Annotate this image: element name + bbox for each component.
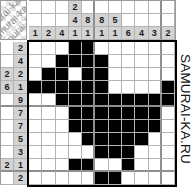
cell-r10c3-empty[interactable] <box>56 159 69 172</box>
col-clue-r2c11 <box>162 14 175 27</box>
cell-r7c7-filled[interactable] <box>109 120 122 133</box>
cell-r3c4-empty[interactable] <box>69 68 82 81</box>
cell-r7c9-filled[interactable] <box>135 120 148 133</box>
cell-r2c6-filled[interactable] <box>95 55 108 68</box>
cell-r8c3-empty[interactable] <box>56 133 69 146</box>
row-clue-r3c2: 2 <box>14 68 28 81</box>
cell-r5c9-filled[interactable] <box>135 94 148 107</box>
row-clue-r9c1 <box>1 146 14 159</box>
cell-r10c9-empty[interactable] <box>135 159 148 172</box>
cell-r2c4-filled[interactable] <box>69 55 82 68</box>
col-clue-r2c9 <box>135 14 148 27</box>
cell-r2c9-empty[interactable] <box>135 55 148 68</box>
row-clue-r2c2: 4 <box>14 55 28 68</box>
cell-r1c5-filled[interactable] <box>82 42 95 55</box>
col-clue-r2c7: 5 <box>109 14 122 27</box>
cell-r2c2-empty[interactable] <box>42 55 55 68</box>
cell-r8c1-empty[interactable] <box>29 133 42 146</box>
cell-r2c11-empty[interactable] <box>162 55 175 68</box>
col-clue-r1c3 <box>56 1 69 14</box>
row-clue-r6c1 <box>1 107 14 120</box>
cell-r6c1-empty[interactable] <box>29 107 42 120</box>
cell-r11c10-empty[interactable] <box>149 172 162 185</box>
col-clue-r2c1 <box>29 14 42 27</box>
cell-r6c4-filled[interactable] <box>69 107 82 120</box>
cell-r2c1-empty[interactable] <box>29 55 42 68</box>
row-clue-r4c2: 1 <box>14 81 28 94</box>
col-clue-r1c1 <box>29 1 42 14</box>
row-clue-r11c2: 2 <box>14 172 28 185</box>
col-clue-r2c2 <box>42 14 55 27</box>
cell-r2c10-empty[interactable] <box>149 55 162 68</box>
cell-r4c7-empty[interactable] <box>109 81 122 94</box>
cell-r8c5-filled[interactable] <box>82 133 95 146</box>
col-clue-r3c5: 1 <box>82 27 95 40</box>
site-watermark-vertical: SAMURAI-KA.RU <box>178 54 193 164</box>
cell-r7c8-filled[interactable] <box>122 120 135 133</box>
cell-r4c1-filled[interactable] <box>29 81 42 94</box>
cell-r5c5-filled[interactable] <box>82 94 95 107</box>
cell-r9c5-empty[interactable] <box>82 146 95 159</box>
cell-r9c9-empty[interactable] <box>135 146 148 159</box>
cell-r7c5-filled[interactable] <box>82 120 95 133</box>
cell-r8c6-filled[interactable] <box>95 133 108 146</box>
cell-r9c11-empty[interactable] <box>162 146 175 159</box>
row-clue-r10c2: 1 <box>14 159 28 172</box>
corner-watermark: samurai-ka.ru samurai-ka.ru samurai-ka.r… <box>0 0 27 40</box>
cell-r5c4-filled[interactable] <box>69 94 82 107</box>
cell-r1c2-empty[interactable] <box>42 42 55 55</box>
cell-r10c6-empty[interactable] <box>95 159 108 172</box>
cell-r8c11-empty[interactable] <box>162 133 175 146</box>
row-clue-r4c1: 6 <box>1 81 14 94</box>
cell-r11c11-empty[interactable] <box>162 172 175 185</box>
cell-r2c8-empty[interactable] <box>122 55 135 68</box>
cell-r9c10-empty[interactable] <box>149 146 162 159</box>
cell-r5c7-filled[interactable] <box>109 94 122 107</box>
cell-r1c6-empty[interactable] <box>95 42 108 55</box>
row-clue-r8c2: 5 <box>14 133 28 146</box>
cell-r1c1-empty[interactable] <box>29 42 42 55</box>
row-clue-r10c1: 2 <box>1 159 14 172</box>
cell-r3c10-empty[interactable] <box>149 68 162 81</box>
cell-r7c2-empty[interactable] <box>42 120 55 133</box>
cell-r11c5-empty[interactable] <box>82 172 95 185</box>
row-clue-r2c1 <box>1 55 14 68</box>
col-clue-r3c4: 1 <box>69 27 82 40</box>
cell-r3c8-empty[interactable] <box>122 68 135 81</box>
cell-r8c2-empty[interactable] <box>42 133 55 146</box>
cell-r8c9-filled[interactable] <box>135 133 148 146</box>
cell-r7c6-filled[interactable] <box>95 120 108 133</box>
column-clues: 2488512411116432 <box>29 0 176 40</box>
cell-r10c2-empty[interactable] <box>42 159 55 172</box>
cell-r10c4-filled[interactable] <box>69 159 82 172</box>
row-clues: 24226197753212 <box>0 42 28 185</box>
cell-r7c3-empty[interactable] <box>56 120 69 133</box>
cell-r11c3-empty[interactable] <box>56 172 69 185</box>
cell-r11c2-empty[interactable] <box>42 172 55 185</box>
col-clue-r3c1: 1 <box>29 27 42 40</box>
cell-r4c9-empty[interactable] <box>135 81 148 94</box>
cell-r8c7-filled[interactable] <box>109 133 122 146</box>
col-clue-r1c5 <box>82 1 95 14</box>
cell-r10c8-filled[interactable] <box>122 159 135 172</box>
cell-r8c10-empty[interactable] <box>149 133 162 146</box>
row-clue-r5c2: 9 <box>14 94 28 107</box>
cell-r5c2-empty[interactable] <box>42 94 55 107</box>
cell-r5c6-filled[interactable] <box>95 94 108 107</box>
col-clue-r2c8 <box>122 14 135 27</box>
cell-r4c4-filled[interactable] <box>69 81 82 94</box>
col-clue-r1c9 <box>135 1 148 14</box>
cell-r1c10-empty[interactable] <box>149 42 162 55</box>
cell-r4c3-filled[interactable] <box>56 81 69 94</box>
cell-r10c10-empty[interactable] <box>149 159 162 172</box>
cell-r5c3-filled[interactable] <box>56 94 69 107</box>
cell-r6c3-empty[interactable] <box>56 107 69 120</box>
col-clue-r3c11: 2 <box>162 27 175 40</box>
cell-r9c6-filled[interactable] <box>95 146 108 159</box>
row-clue-r3c1: 2 <box>1 68 14 81</box>
cell-r5c1-empty[interactable] <box>29 94 42 107</box>
cell-r3c2-filled[interactable] <box>42 68 55 81</box>
cell-r11c4-empty[interactable] <box>69 172 82 185</box>
cell-r11c9-empty[interactable] <box>135 172 148 185</box>
col-clue-r1c2 <box>42 1 55 14</box>
row-clue-r7c1 <box>1 120 14 133</box>
cell-r1c3-empty[interactable] <box>56 42 69 55</box>
col-clue-r3c7: 1 <box>109 27 122 40</box>
cell-r5c10-filled[interactable] <box>149 94 162 107</box>
row-clue-r9c2: 3 <box>14 146 28 159</box>
nonogram-puzzle: samurai-ka.ru samurai-ka.ru samurai-ka.r… <box>0 0 194 188</box>
cell-r6c8-filled[interactable] <box>122 107 135 120</box>
cell-r9c2-empty[interactable] <box>42 146 55 159</box>
cell-r2c7-empty[interactable] <box>109 55 122 68</box>
cell-r5c11-filled[interactable] <box>162 94 175 107</box>
cell-r5c8-filled[interactable] <box>122 94 135 107</box>
row-clue-r1c2: 2 <box>14 42 28 55</box>
board-grid <box>27 40 177 187</box>
col-clue-r3c6: 1 <box>95 27 108 40</box>
cell-r4c2-filled[interactable] <box>42 81 55 94</box>
cell-r4c6-filled[interactable] <box>95 81 108 94</box>
cell-r9c1-empty[interactable] <box>29 146 42 159</box>
cell-r10c5-filled[interactable] <box>82 159 95 172</box>
cell-r8c8-filled[interactable] <box>122 133 135 146</box>
col-clue-r1c8 <box>122 1 135 14</box>
cell-r6c9-filled[interactable] <box>135 107 148 120</box>
cell-r1c8-empty[interactable] <box>122 42 135 55</box>
cell-r10c11-empty[interactable] <box>162 159 175 172</box>
col-clue-r1c7 <box>109 1 122 14</box>
cell-r3c5-filled[interactable] <box>82 68 95 81</box>
col-clue-r1c6 <box>95 1 108 14</box>
cell-r7c10-filled[interactable] <box>149 120 162 133</box>
cell-r1c7-empty[interactable] <box>109 42 122 55</box>
cell-r6c2-empty[interactable] <box>42 107 55 120</box>
row-clue-r1c1 <box>1 42 14 55</box>
cell-r4c10-empty[interactable] <box>149 81 162 94</box>
cell-r3c6-filled[interactable] <box>95 68 108 81</box>
cell-r6c7-filled[interactable] <box>109 107 122 120</box>
col-clue-r2c3 <box>56 14 69 27</box>
cell-r6c10-filled[interactable] <box>149 107 162 120</box>
cell-r9c8-filled[interactable] <box>122 146 135 159</box>
col-clue-r2c5: 8 <box>82 14 95 27</box>
cell-r9c3-empty[interactable] <box>56 146 69 159</box>
col-clue-r3c2: 2 <box>42 27 55 40</box>
row-clue-r6c2: 7 <box>14 107 28 120</box>
col-clue-r2c6: 8 <box>95 14 108 27</box>
col-clue-r3c9: 4 <box>135 27 148 40</box>
cell-r11c6-filled[interactable] <box>95 172 108 185</box>
row-clue-r11c1 <box>1 172 14 185</box>
cell-r11c7-filled[interactable] <box>109 172 122 185</box>
row-clue-r5c1 <box>1 94 14 107</box>
cell-r10c1-empty[interactable] <box>29 159 42 172</box>
col-clue-r1c11 <box>162 1 175 14</box>
cell-r11c1-empty[interactable] <box>29 172 42 185</box>
cell-r4c8-empty[interactable] <box>122 81 135 94</box>
cell-r1c9-empty[interactable] <box>135 42 148 55</box>
col-clue-r3c8: 6 <box>122 27 135 40</box>
col-clue-r1c10 <box>149 1 162 14</box>
cell-r7c1-empty[interactable] <box>29 120 42 133</box>
cell-r2c5-filled[interactable] <box>82 55 95 68</box>
col-clue-r2c4: 4 <box>69 14 82 27</box>
corner-watermark-text: samurai-ka.ru samurai-ka.ru samurai-ka.r… <box>0 0 27 40</box>
col-clue-r1c4: 2 <box>69 1 82 14</box>
cell-r1c11-empty[interactable] <box>162 42 175 55</box>
cell-r9c7-filled[interactable] <box>109 146 122 159</box>
cell-r2c3-filled[interactable] <box>56 55 69 68</box>
cell-r6c11-empty[interactable] <box>162 107 175 120</box>
col-clue-r3c3: 4 <box>56 27 69 40</box>
cell-r4c5-filled[interactable] <box>82 81 95 94</box>
cell-r7c4-filled[interactable] <box>69 120 82 133</box>
row-clue-r8c1 <box>1 133 14 146</box>
cell-r9c4-empty[interactable] <box>69 146 82 159</box>
cell-r8c4-empty[interactable] <box>69 133 82 146</box>
cell-r3c7-empty[interactable] <box>109 68 122 81</box>
row-clue-r7c2: 7 <box>14 120 28 133</box>
cell-r3c1-empty[interactable] <box>29 68 42 81</box>
cell-r6c5-filled[interactable] <box>82 107 95 120</box>
cell-r3c3-filled[interactable] <box>56 68 69 81</box>
cell-r6c6-filled[interactable] <box>95 107 108 120</box>
cell-r3c11-empty[interactable] <box>162 68 175 81</box>
cell-r4c11-filled[interactable] <box>162 81 175 94</box>
col-clue-r2c10 <box>149 14 162 27</box>
cell-r7c11-empty[interactable] <box>162 120 175 133</box>
col-clue-r3c10: 3 <box>149 27 162 40</box>
cell-r10c7-empty[interactable] <box>109 159 122 172</box>
cell-r1c4-filled[interactable] <box>69 42 82 55</box>
cell-r3c9-empty[interactable] <box>135 68 148 81</box>
cell-r11c8-empty[interactable] <box>122 172 135 185</box>
